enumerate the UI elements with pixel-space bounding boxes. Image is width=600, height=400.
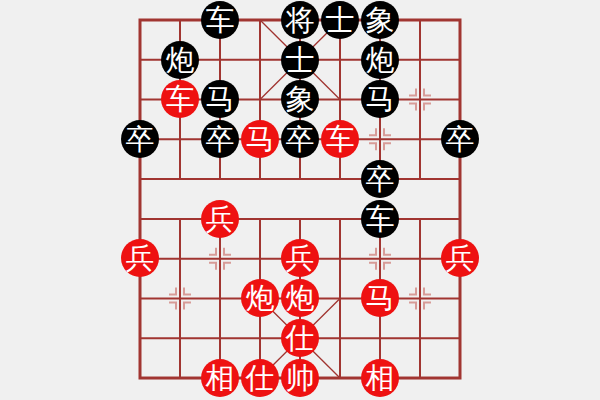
piece-red-horse[interactable]: 马: [241, 120, 279, 158]
piece-red-chariot[interactable]: 车: [321, 120, 359, 158]
piece-red-advisor[interactable]: 仕: [281, 319, 319, 357]
piece-black-chariot[interactable]: 车: [201, 1, 239, 39]
piece-black-advisor[interactable]: 士: [321, 1, 359, 39]
piece-red-general[interactable]: 帅: [281, 359, 319, 397]
piece-black-general[interactable]: 将: [281, 1, 319, 39]
piece-black-soldier[interactable]: 卒: [201, 120, 239, 158]
piece-red-soldier[interactable]: 兵: [441, 239, 479, 277]
piece-black-cannon[interactable]: 炮: [361, 41, 399, 79]
piece-red-chariot[interactable]: 车: [161, 80, 199, 118]
piece-black-chariot[interactable]: 车: [361, 200, 399, 238]
piece-red-horse[interactable]: 马: [361, 279, 399, 317]
piece-red-elephant[interactable]: 相: [201, 359, 239, 397]
piece-black-horse[interactable]: 马: [361, 80, 399, 118]
piece-red-cannon[interactable]: 炮: [241, 279, 279, 317]
piece-black-elephant[interactable]: 象: [361, 1, 399, 39]
piece-red-soldier[interactable]: 兵: [281, 239, 319, 277]
piece-red-advisor[interactable]: 仕: [241, 359, 279, 397]
piece-black-soldier[interactable]: 卒: [361, 160, 399, 198]
piece-black-elephant[interactable]: 象: [281, 80, 319, 118]
piece-red-elephant[interactable]: 相: [361, 359, 399, 397]
xiangqi-board: 车将士象炮士炮车马象马卒卒马卒车卒卒兵车兵兵兵炮炮马仕相仕帅相: [120, 0, 480, 398]
piece-black-soldier[interactable]: 卒: [441, 120, 479, 158]
piece-black-horse[interactable]: 马: [201, 80, 239, 118]
board-background: 车将士象炮士炮车马象马卒卒马卒车卒卒兵车兵兵兵炮炮马仕相仕帅相: [0, 0, 600, 400]
piece-red-soldier[interactable]: 兵: [121, 239, 159, 277]
piece-black-soldier[interactable]: 卒: [281, 120, 319, 158]
piece-black-advisor[interactable]: 士: [281, 41, 319, 79]
piece-black-soldier[interactable]: 卒: [121, 120, 159, 158]
piece-red-cannon[interactable]: 炮: [281, 279, 319, 317]
piece-red-soldier[interactable]: 兵: [201, 200, 239, 238]
piece-black-cannon[interactable]: 炮: [161, 41, 199, 79]
